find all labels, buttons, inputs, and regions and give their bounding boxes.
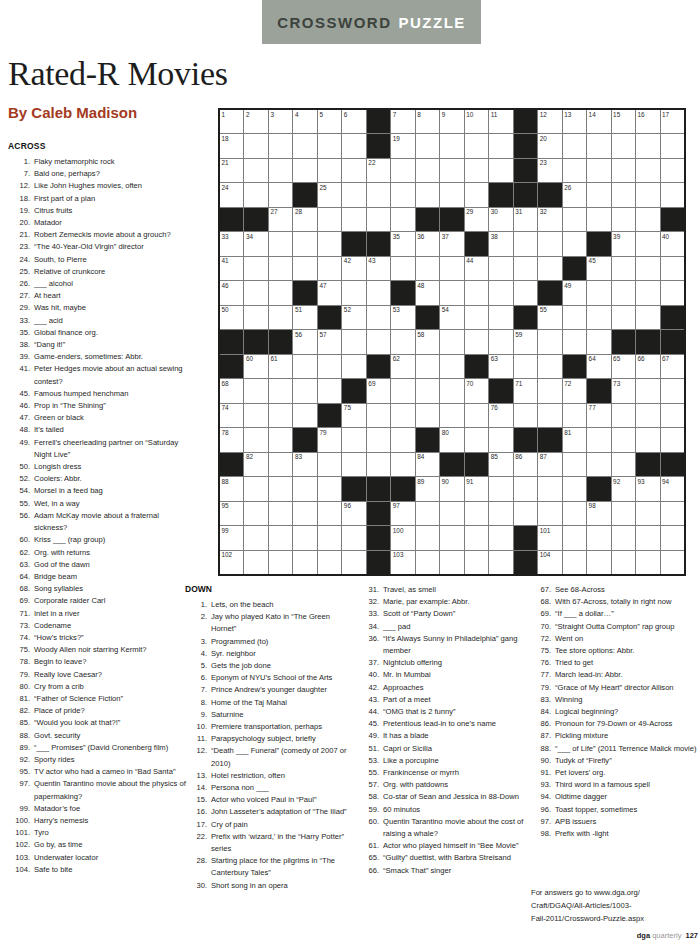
- grid-cell[interactable]: 53: [391, 306, 414, 329]
- grid-cell[interactable]: [538, 502, 561, 525]
- grid-cell[interactable]: [465, 551, 488, 574]
- grid-cell[interactable]: [440, 330, 463, 353]
- grid-cell[interactable]: 99: [220, 526, 243, 549]
- grid-cell[interactable]: [514, 281, 537, 304]
- grid-cell[interactable]: [587, 428, 610, 451]
- grid-cell[interactable]: [563, 306, 586, 329]
- grid-cell[interactable]: 43: [367, 257, 390, 280]
- grid-cell[interactable]: 72: [563, 379, 586, 402]
- grid-cell[interactable]: 87: [538, 453, 561, 476]
- grid-cell[interactable]: 86: [514, 453, 537, 476]
- grid-cell[interactable]: [563, 526, 586, 549]
- grid-cell[interactable]: 8: [416, 110, 439, 133]
- grid-cell[interactable]: [661, 502, 684, 525]
- grid-cell[interactable]: [269, 183, 292, 206]
- grid-cell[interactable]: [563, 477, 586, 500]
- grid-cell[interactable]: [318, 134, 341, 157]
- grid-cell[interactable]: [538, 379, 561, 402]
- grid-cell[interactable]: 49: [563, 281, 586, 304]
- grid-cell[interactable]: [489, 502, 512, 525]
- grid-cell[interactable]: [342, 453, 365, 476]
- grid-cell[interactable]: [612, 257, 635, 280]
- grid-cell[interactable]: 66: [636, 355, 659, 378]
- grid-cell[interactable]: 12: [538, 110, 561, 133]
- grid-cell[interactable]: 32: [538, 208, 561, 231]
- grid-cell[interactable]: [342, 208, 365, 231]
- grid-cell[interactable]: [538, 330, 561, 353]
- grid-cell[interactable]: [244, 526, 267, 549]
- grid-cell[interactable]: [636, 232, 659, 255]
- grid-cell[interactable]: [489, 306, 512, 329]
- grid-cell[interactable]: 5: [318, 110, 341, 133]
- grid-cell[interactable]: 67: [661, 355, 684, 378]
- grid-cell[interactable]: 6: [342, 110, 365, 133]
- grid-cell[interactable]: [636, 428, 659, 451]
- grid-cell[interactable]: [416, 159, 439, 182]
- grid-cell[interactable]: 3: [269, 110, 292, 133]
- grid-cell[interactable]: [391, 330, 414, 353]
- grid-cell[interactable]: [636, 404, 659, 427]
- grid-cell[interactable]: 7: [391, 110, 414, 133]
- grid-cell[interactable]: [612, 551, 635, 574]
- grid-cell[interactable]: [538, 477, 561, 500]
- grid-cell[interactable]: 26: [563, 183, 586, 206]
- grid-cell[interactable]: 96: [342, 502, 365, 525]
- grid-cell[interactable]: [440, 379, 463, 402]
- grid-cell[interactable]: [342, 281, 365, 304]
- grid-cell[interactable]: [514, 502, 537, 525]
- grid-cell[interactable]: [636, 502, 659, 525]
- grid-cell[interactable]: 68: [220, 379, 243, 402]
- grid-cell[interactable]: [367, 453, 390, 476]
- grid-cell[interactable]: 62: [391, 355, 414, 378]
- grid-cell[interactable]: 28: [293, 208, 316, 231]
- grid-cell[interactable]: [269, 477, 292, 500]
- grid-cell[interactable]: [367, 330, 390, 353]
- grid-cell[interactable]: 56: [293, 330, 316, 353]
- grid-cell[interactable]: 71: [514, 379, 537, 402]
- grid-cell[interactable]: 59: [514, 330, 537, 353]
- grid-cell[interactable]: 18: [220, 134, 243, 157]
- grid-cell[interactable]: [416, 502, 439, 525]
- grid-cell[interactable]: 81: [563, 428, 586, 451]
- grid-cell[interactable]: [563, 232, 586, 255]
- grid-cell[interactable]: [293, 232, 316, 255]
- grid-cell[interactable]: [612, 183, 635, 206]
- grid-cell[interactable]: 33: [220, 232, 243, 255]
- grid-cell[interactable]: [244, 551, 267, 574]
- grid-cell[interactable]: [244, 477, 267, 500]
- grid-cell[interactable]: [391, 257, 414, 280]
- grid-cell[interactable]: [416, 257, 439, 280]
- grid-cell[interactable]: [661, 379, 684, 402]
- grid-cell[interactable]: [293, 477, 316, 500]
- grid-cell[interactable]: [293, 355, 316, 378]
- grid-cell[interactable]: 78: [220, 428, 243, 451]
- grid-cell[interactable]: 15: [612, 110, 635, 133]
- grid-cell[interactable]: [391, 183, 414, 206]
- grid-cell[interactable]: [538, 257, 561, 280]
- grid-cell[interactable]: [612, 306, 635, 329]
- grid-cell[interactable]: [318, 257, 341, 280]
- grid-cell[interactable]: 92: [612, 477, 635, 500]
- grid-cell[interactable]: [367, 428, 390, 451]
- grid-cell[interactable]: [440, 281, 463, 304]
- grid-cell[interactable]: [244, 159, 267, 182]
- grid-cell[interactable]: [367, 281, 390, 304]
- grid-cell[interactable]: 24: [220, 183, 243, 206]
- grid-cell[interactable]: 84: [416, 453, 439, 476]
- grid-cell[interactable]: [244, 281, 267, 304]
- grid-cell[interactable]: 36: [416, 232, 439, 255]
- grid-cell[interactable]: [612, 526, 635, 549]
- grid-cell[interactable]: [563, 330, 586, 353]
- grid-cell[interactable]: [440, 502, 463, 525]
- grid-cell[interactable]: 46: [220, 281, 243, 304]
- grid-cell[interactable]: [661, 526, 684, 549]
- grid-cell[interactable]: [636, 551, 659, 574]
- grid-cell[interactable]: [318, 551, 341, 574]
- grid-cell[interactable]: 37: [440, 232, 463, 255]
- grid-cell[interactable]: 1: [220, 110, 243, 133]
- grid-cell[interactable]: [489, 159, 512, 182]
- grid-cell[interactable]: 39: [612, 232, 635, 255]
- grid-cell[interactable]: [244, 134, 267, 157]
- grid-cell[interactable]: [342, 183, 365, 206]
- grid-cell[interactable]: [391, 404, 414, 427]
- grid-cell[interactable]: [465, 428, 488, 451]
- grid-cell[interactable]: [612, 208, 635, 231]
- grid-cell[interactable]: 88: [220, 477, 243, 500]
- grid-cell[interactable]: [440, 404, 463, 427]
- grid-cell[interactable]: 95: [220, 502, 243, 525]
- grid-cell[interactable]: [269, 526, 292, 549]
- grid-cell[interactable]: [342, 526, 365, 549]
- grid-cell[interactable]: [587, 208, 610, 231]
- grid-cell[interactable]: [440, 134, 463, 157]
- grid-cell[interactable]: [269, 257, 292, 280]
- grid-cell[interactable]: [465, 159, 488, 182]
- grid-cell[interactable]: [489, 428, 512, 451]
- grid-cell[interactable]: [587, 183, 610, 206]
- grid-cell[interactable]: [391, 379, 414, 402]
- grid-cell[interactable]: [514, 257, 537, 280]
- grid-cell[interactable]: 38: [489, 232, 512, 255]
- grid-cell[interactable]: 100: [391, 526, 414, 549]
- grid-cell[interactable]: [636, 183, 659, 206]
- grid-cell[interactable]: [293, 379, 316, 402]
- grid-cell[interactable]: 4: [293, 110, 316, 133]
- grid-cell[interactable]: [367, 208, 390, 231]
- grid-cell[interactable]: [489, 134, 512, 157]
- grid-cell[interactable]: [538, 355, 561, 378]
- grid-cell[interactable]: [318, 526, 341, 549]
- grid-cell[interactable]: 97: [391, 502, 414, 525]
- grid-cell[interactable]: [269, 232, 292, 255]
- crossword-grid[interactable]: 1234567891011121314151617181920212223242…: [218, 108, 686, 576]
- grid-cell[interactable]: [440, 355, 463, 378]
- grid-cell[interactable]: 70: [465, 379, 488, 402]
- grid-cell[interactable]: [269, 306, 292, 329]
- grid-cell[interactable]: [269, 428, 292, 451]
- grid-cell[interactable]: [587, 330, 610, 353]
- grid-cell[interactable]: 40: [661, 232, 684, 255]
- grid-cell[interactable]: [416, 526, 439, 549]
- grid-cell[interactable]: 14: [587, 110, 610, 133]
- grid-cell[interactable]: [587, 134, 610, 157]
- grid-cell[interactable]: [661, 281, 684, 304]
- grid-cell[interactable]: [269, 159, 292, 182]
- grid-cell[interactable]: 55: [538, 306, 561, 329]
- grid-cell[interactable]: [318, 208, 341, 231]
- grid-cell[interactable]: [489, 330, 512, 353]
- grid-cell[interactable]: 77: [587, 404, 610, 427]
- grid-cell[interactable]: [318, 502, 341, 525]
- grid-cell[interactable]: [661, 134, 684, 157]
- grid-cell[interactable]: [563, 453, 586, 476]
- grid-cell[interactable]: [489, 551, 512, 574]
- grid-cell[interactable]: 41: [220, 257, 243, 280]
- grid-cell[interactable]: [636, 306, 659, 329]
- grid-cell[interactable]: [318, 159, 341, 182]
- grid-cell[interactable]: [244, 428, 267, 451]
- grid-cell[interactable]: [244, 502, 267, 525]
- grid-cell[interactable]: [612, 281, 635, 304]
- grid-cell[interactable]: 52: [342, 306, 365, 329]
- grid-cell[interactable]: 104: [538, 551, 561, 574]
- grid-cell[interactable]: [612, 134, 635, 157]
- grid-cell[interactable]: [587, 526, 610, 549]
- grid-cell[interactable]: [293, 134, 316, 157]
- grid-cell[interactable]: [612, 428, 635, 451]
- grid-cell[interactable]: 11: [489, 110, 512, 133]
- grid-cell[interactable]: 61: [269, 355, 292, 378]
- grid-cell[interactable]: [318, 379, 341, 402]
- grid-cell[interactable]: [391, 428, 414, 451]
- grid-cell[interactable]: [367, 183, 390, 206]
- grid-cell[interactable]: [489, 526, 512, 549]
- grid-cell[interactable]: 80: [440, 428, 463, 451]
- grid-cell[interactable]: [318, 453, 341, 476]
- grid-cell[interactable]: 34: [244, 232, 267, 255]
- grid-cell[interactable]: 64: [587, 355, 610, 378]
- grid-cell[interactable]: [636, 379, 659, 402]
- grid-cell[interactable]: 27: [269, 208, 292, 231]
- grid-cell[interactable]: 98: [587, 502, 610, 525]
- grid-cell[interactable]: [587, 306, 610, 329]
- grid-cell[interactable]: 83: [293, 453, 316, 476]
- grid-cell[interactable]: [587, 281, 610, 304]
- grid-cell[interactable]: 30: [489, 208, 512, 231]
- grid-cell[interactable]: [342, 355, 365, 378]
- grid-cell[interactable]: 57: [318, 330, 341, 353]
- grid-cell[interactable]: 23: [538, 159, 561, 182]
- grid-cell[interactable]: [293, 404, 316, 427]
- grid-cell[interactable]: [244, 257, 267, 280]
- grid-cell[interactable]: [538, 404, 561, 427]
- grid-cell[interactable]: [465, 183, 488, 206]
- grid-cell[interactable]: [563, 502, 586, 525]
- grid-cell[interactable]: 9: [440, 110, 463, 133]
- grid-cell[interactable]: 45: [587, 257, 610, 280]
- grid-cell[interactable]: [416, 404, 439, 427]
- grid-cell[interactable]: [587, 453, 610, 476]
- grid-cell[interactable]: [636, 526, 659, 549]
- grid-cell[interactable]: [661, 183, 684, 206]
- grid-cell[interactable]: [489, 477, 512, 500]
- grid-cell[interactable]: [661, 428, 684, 451]
- grid-cell[interactable]: 22: [367, 159, 390, 182]
- grid-cell[interactable]: [244, 183, 267, 206]
- grid-cell[interactable]: [636, 134, 659, 157]
- grid-cell[interactable]: [440, 551, 463, 574]
- grid-cell[interactable]: [342, 134, 365, 157]
- grid-cell[interactable]: [342, 428, 365, 451]
- grid-cell[interactable]: [416, 134, 439, 157]
- grid-cell[interactable]: 102: [220, 551, 243, 574]
- grid-cell[interactable]: [416, 183, 439, 206]
- grid-cell[interactable]: 75: [342, 404, 365, 427]
- grid-cell[interactable]: 76: [489, 404, 512, 427]
- grid-cell[interactable]: [391, 208, 414, 231]
- grid-cell[interactable]: [293, 257, 316, 280]
- grid-cell[interactable]: [612, 404, 635, 427]
- grid-cell[interactable]: [293, 526, 316, 549]
- grid-cell[interactable]: [342, 330, 365, 353]
- grid-cell[interactable]: [342, 551, 365, 574]
- grid-cell[interactable]: [514, 404, 537, 427]
- grid-cell[interactable]: [661, 551, 684, 574]
- grid-cell[interactable]: [244, 404, 267, 427]
- grid-cell[interactable]: 60: [244, 355, 267, 378]
- grid-cell[interactable]: 42: [342, 257, 365, 280]
- grid-cell[interactable]: [318, 477, 341, 500]
- grid-cell[interactable]: [465, 306, 488, 329]
- grid-cell[interactable]: 20: [538, 134, 561, 157]
- grid-cell[interactable]: 89: [416, 477, 439, 500]
- grid-cell[interactable]: [563, 134, 586, 157]
- grid-cell[interactable]: [489, 257, 512, 280]
- grid-cell[interactable]: [563, 404, 586, 427]
- grid-cell[interactable]: [367, 306, 390, 329]
- grid-cell[interactable]: 73: [612, 379, 635, 402]
- grid-cell[interactable]: [318, 232, 341, 255]
- grid-cell[interactable]: [293, 159, 316, 182]
- grid-cell[interactable]: [563, 208, 586, 231]
- grid-cell[interactable]: 94: [661, 477, 684, 500]
- grid-cell[interactable]: [416, 355, 439, 378]
- grid-cell[interactable]: 35: [391, 232, 414, 255]
- grid-cell[interactable]: 48: [416, 281, 439, 304]
- grid-cell[interactable]: [465, 134, 488, 157]
- grid-cell[interactable]: [661, 159, 684, 182]
- grid-cell[interactable]: 74: [220, 404, 243, 427]
- grid-cell[interactable]: [342, 159, 365, 182]
- grid-cell[interactable]: [465, 281, 488, 304]
- grid-cell[interactable]: 44: [465, 257, 488, 280]
- grid-cell[interactable]: 101: [538, 526, 561, 549]
- grid-cell[interactable]: 19: [391, 134, 414, 157]
- grid-cell[interactable]: [440, 257, 463, 280]
- grid-cell[interactable]: 13: [563, 110, 586, 133]
- grid-cell[interactable]: 31: [514, 208, 537, 231]
- grid-cell[interactable]: [416, 379, 439, 402]
- grid-cell[interactable]: [269, 134, 292, 157]
- grid-cell[interactable]: [636, 281, 659, 304]
- grid-cell[interactable]: 65: [612, 355, 635, 378]
- grid-cell[interactable]: [612, 502, 635, 525]
- grid-cell[interactable]: [489, 281, 512, 304]
- grid-cell[interactable]: [440, 159, 463, 182]
- grid-cell[interactable]: [293, 502, 316, 525]
- grid-cell[interactable]: [391, 159, 414, 182]
- grid-cell[interactable]: 29: [465, 208, 488, 231]
- grid-cell[interactable]: [391, 453, 414, 476]
- grid-cell[interactable]: [661, 257, 684, 280]
- grid-cell[interactable]: [269, 404, 292, 427]
- grid-cell[interactable]: [612, 159, 635, 182]
- grid-cell[interactable]: [269, 379, 292, 402]
- grid-cell[interactable]: [269, 502, 292, 525]
- grid-cell[interactable]: [465, 330, 488, 353]
- grid-cell[interactable]: 90: [440, 477, 463, 500]
- grid-cell[interactable]: 93: [636, 477, 659, 500]
- grid-cell[interactable]: [440, 526, 463, 549]
- grid-cell[interactable]: [587, 159, 610, 182]
- grid-cell[interactable]: [269, 453, 292, 476]
- grid-cell[interactable]: 82: [244, 453, 267, 476]
- grid-cell[interactable]: 103: [391, 551, 414, 574]
- grid-cell[interactable]: 51: [293, 306, 316, 329]
- grid-cell[interactable]: [563, 551, 586, 574]
- grid-cell[interactable]: [269, 281, 292, 304]
- grid-cell[interactable]: [465, 526, 488, 549]
- grid-cell[interactable]: [514, 477, 537, 500]
- grid-cell[interactable]: [465, 502, 488, 525]
- grid-cell[interactable]: [538, 232, 561, 255]
- grid-cell[interactable]: [318, 355, 341, 378]
- grid-cell[interactable]: [661, 404, 684, 427]
- grid-cell[interactable]: 47: [318, 281, 341, 304]
- grid-cell[interactable]: 79: [318, 428, 341, 451]
- grid-cell[interactable]: [465, 404, 488, 427]
- grid-cell[interactable]: [587, 551, 610, 574]
- grid-cell[interactable]: [269, 551, 292, 574]
- grid-cell[interactable]: [636, 208, 659, 231]
- grid-cell[interactable]: 54: [440, 306, 463, 329]
- grid-cell[interactable]: [416, 551, 439, 574]
- grid-cell[interactable]: 69: [367, 379, 390, 402]
- grid-cell[interactable]: 85: [489, 453, 512, 476]
- grid-cell[interactable]: 10: [465, 110, 488, 133]
- grid-cell[interactable]: [514, 232, 537, 255]
- grid-cell[interactable]: 25: [318, 183, 341, 206]
- grid-cell[interactable]: [636, 257, 659, 280]
- grid-cell[interactable]: 17: [661, 110, 684, 133]
- grid-cell[interactable]: 2: [244, 110, 267, 133]
- grid-cell[interactable]: 50: [220, 306, 243, 329]
- grid-cell[interactable]: 63: [489, 355, 512, 378]
- grid-cell[interactable]: 58: [416, 330, 439, 353]
- grid-cell[interactable]: [612, 453, 635, 476]
- grid-cell[interactable]: [244, 306, 267, 329]
- grid-cell[interactable]: 21: [220, 159, 243, 182]
- grid-cell[interactable]: [440, 183, 463, 206]
- grid-cell[interactable]: [293, 551, 316, 574]
- grid-cell[interactable]: [514, 355, 537, 378]
- grid-cell[interactable]: [563, 159, 586, 182]
- grid-cell[interactable]: 91: [465, 477, 488, 500]
